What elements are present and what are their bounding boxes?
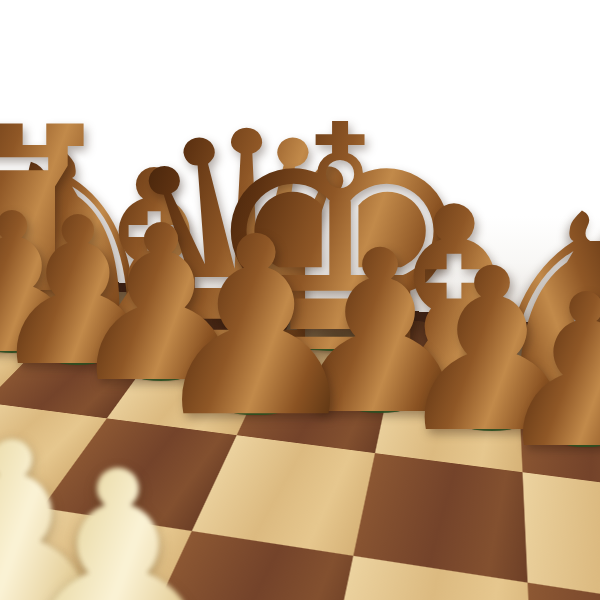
black-pawn-g7: ♟: [491, 267, 600, 478]
pieces-layer: ♜♞♝♛♚♝♞♟♟♟♟♟♟♟♟♟: [0, 0, 600, 600]
white-pawn-glyph: ♟: [0, 437, 237, 600]
chess-photo-scene: ♜♞♝♛♚♝♞♟♟♟♟♟♟♟♟♟: [0, 0, 600, 600]
black-pawn-glyph: ♟: [491, 267, 600, 478]
white-pawn-foreground-2: ♟: [0, 437, 237, 600]
